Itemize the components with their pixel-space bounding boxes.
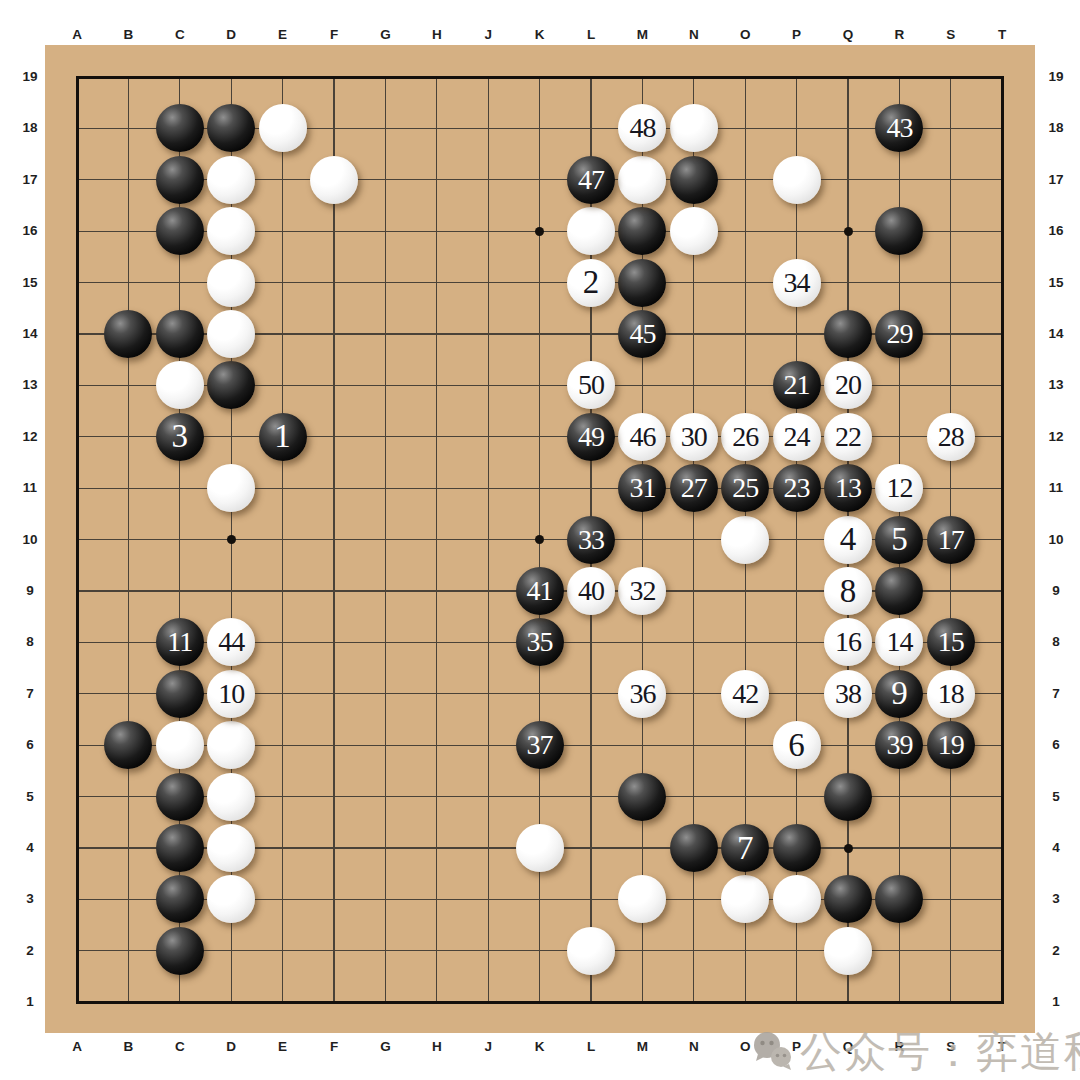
stone-p17-white: [773, 156, 821, 204]
stone-m5-black: [618, 773, 666, 821]
move-number: 21: [784, 369, 810, 401]
coord-top-c: C: [163, 27, 197, 43]
stone-c14-black: [156, 310, 204, 358]
star-point-k16: [535, 227, 544, 236]
stone-f17-white: [310, 156, 358, 204]
coord-right-15: 15: [1039, 275, 1073, 291]
stone-r7-black-move-9: 9: [875, 670, 923, 718]
coord-bottom-k: K: [523, 1039, 557, 1055]
coord-top-r: R: [882, 27, 916, 43]
coord-bottom-h: H: [420, 1039, 454, 1055]
stone-l17-black-move-47: 47: [567, 156, 615, 204]
move-number: 41: [527, 575, 553, 607]
stone-o12-white-move-26: 26: [721, 413, 769, 461]
stone-l15-white-move-2: 2: [567, 259, 615, 307]
coord-left-10: 10: [13, 532, 47, 548]
coord-left-19: 19: [13, 69, 47, 85]
coord-left-6: 6: [13, 737, 47, 753]
stone-l16-white: [567, 207, 615, 255]
stone-q12-white-move-22: 22: [824, 413, 872, 461]
move-number: 43: [886, 112, 912, 144]
stone-o10-white: [721, 516, 769, 564]
coord-left-1: 1: [13, 994, 47, 1010]
coord-right-13: 13: [1039, 377, 1073, 393]
stone-l12-black-move-49: 49: [567, 413, 615, 461]
move-number: 50: [578, 369, 604, 401]
coord-top-d: D: [214, 27, 248, 43]
coord-right-19: 19: [1039, 69, 1073, 85]
move-number: 1: [274, 418, 291, 455]
coord-left-15: 15: [13, 275, 47, 291]
coord-bottom-j: J: [471, 1039, 505, 1055]
stone-q9-white-move-8: 8: [824, 567, 872, 615]
move-number: 12: [886, 472, 912, 504]
stone-c7-black: [156, 670, 204, 718]
stone-s8-black-move-15: 15: [927, 618, 975, 666]
stone-n4-black: [670, 824, 718, 872]
coord-left-18: 18: [13, 120, 47, 136]
move-number: 10: [218, 678, 244, 710]
move-number: 34: [784, 267, 810, 299]
stone-p11-black-move-23: 23: [773, 464, 821, 512]
coord-left-7: 7: [13, 686, 47, 702]
stone-l2-white: [567, 927, 615, 975]
coord-right-14: 14: [1039, 326, 1073, 342]
stone-o4-black-move-7: 7: [721, 824, 769, 872]
stone-p13-black-move-21: 21: [773, 361, 821, 409]
coord-right-17: 17: [1039, 172, 1073, 188]
stone-o7-white-move-42: 42: [721, 670, 769, 718]
coord-right-6: 6: [1039, 737, 1073, 753]
stone-k9-black-move-41: 41: [516, 567, 564, 615]
coord-top-f: F: [317, 27, 351, 43]
move-number: 18: [938, 678, 964, 710]
stone-c13-white: [156, 361, 204, 409]
coord-top-m: M: [625, 27, 659, 43]
coord-bottom-l: L: [574, 1039, 608, 1055]
move-number: 22: [835, 421, 861, 453]
wechat-icon: [750, 1030, 794, 1074]
stone-s6-black-move-19: 19: [927, 721, 975, 769]
stone-k6-black-move-37: 37: [516, 721, 564, 769]
coord-left-2: 2: [13, 943, 47, 959]
move-number: 45: [629, 318, 655, 350]
coord-top-a: A: [60, 27, 94, 43]
stone-q7-white-move-38: 38: [824, 670, 872, 718]
move-number: 49: [578, 421, 604, 453]
coord-top-q: Q: [831, 27, 865, 43]
watermark-text: 公众号：弈道秋声: [800, 1024, 1080, 1080]
coord-left-8: 8: [13, 634, 47, 650]
coord-right-18: 18: [1039, 120, 1073, 136]
stone-c5-black: [156, 773, 204, 821]
coord-right-7: 7: [1039, 686, 1073, 702]
coord-bottom-n: N: [677, 1039, 711, 1055]
star-point-q16: [844, 227, 853, 236]
stone-s12-white-move-28: 28: [927, 413, 975, 461]
stone-d15-white: [207, 259, 255, 307]
move-number: 37: [527, 729, 553, 761]
star-point-q4: [844, 844, 853, 853]
stone-r10-black-move-5: 5: [875, 516, 923, 564]
coord-left-11: 11: [13, 480, 47, 496]
stone-q11-black-move-13: 13: [824, 464, 872, 512]
coord-bottom-g: G: [368, 1039, 402, 1055]
coord-bottom-c: C: [163, 1039, 197, 1055]
stone-q14-black: [824, 310, 872, 358]
coord-right-16: 16: [1039, 223, 1073, 239]
coord-left-3: 3: [13, 891, 47, 907]
move-number: 38: [835, 678, 861, 710]
move-number: 14: [886, 626, 912, 658]
move-number: 24: [784, 421, 810, 453]
coord-top-k: K: [523, 27, 557, 43]
stone-q5-black: [824, 773, 872, 821]
move-number: 31: [629, 472, 655, 504]
move-number: 3: [172, 418, 189, 455]
coord-right-1: 1: [1039, 994, 1073, 1010]
stone-q2-white: [824, 927, 872, 975]
coord-right-12: 12: [1039, 429, 1073, 445]
coord-right-11: 11: [1039, 480, 1073, 496]
coord-left-5: 5: [13, 789, 47, 805]
move-number: 40: [578, 575, 604, 607]
move-number: 39: [886, 729, 912, 761]
move-number: 26: [732, 421, 758, 453]
stone-e18-white: [259, 104, 307, 152]
coord-top-n: N: [677, 27, 711, 43]
coord-left-16: 16: [13, 223, 47, 239]
coord-top-b: B: [111, 27, 145, 43]
move-number: 4: [840, 521, 857, 558]
stone-s7-white-move-18: 18: [927, 670, 975, 718]
move-number: 7: [737, 830, 754, 867]
coord-top-h: H: [420, 27, 454, 43]
move-number: 29: [886, 318, 912, 350]
move-number: 44: [218, 626, 244, 658]
coord-right-5: 5: [1039, 789, 1073, 805]
move-number: 46: [629, 421, 655, 453]
coord-bottom-d: D: [214, 1039, 248, 1055]
move-number: 28: [938, 421, 964, 453]
stone-m17-white: [618, 156, 666, 204]
move-number: 30: [681, 421, 707, 453]
coord-bottom-b: B: [111, 1039, 145, 1055]
stone-c2-black: [156, 927, 204, 975]
move-number: 16: [835, 626, 861, 658]
coord-left-14: 14: [13, 326, 47, 342]
coord-right-2: 2: [1039, 943, 1073, 959]
stone-n17-black: [670, 156, 718, 204]
coord-right-4: 4: [1039, 840, 1073, 856]
coord-top-s: S: [934, 27, 968, 43]
move-number: 11: [167, 626, 192, 658]
star-point-d10: [227, 535, 236, 544]
stone-p6-white-move-6: 6: [773, 721, 821, 769]
move-number: 35: [527, 626, 553, 658]
stone-c3-black: [156, 875, 204, 923]
coord-left-13: 13: [13, 377, 47, 393]
move-number: 25: [732, 472, 758, 504]
coord-left-4: 4: [13, 840, 47, 856]
coord-left-17: 17: [13, 172, 47, 188]
stone-m15-black: [618, 259, 666, 307]
coord-left-9: 9: [13, 583, 47, 599]
stone-c4-black: [156, 824, 204, 872]
stone-n11-black-move-27: 27: [670, 464, 718, 512]
move-number: 9: [891, 675, 908, 712]
move-number: 13: [835, 472, 861, 504]
coord-top-e: E: [266, 27, 300, 43]
coord-bottom-e: E: [266, 1039, 300, 1055]
move-number: 47: [578, 164, 604, 196]
coord-top-l: L: [574, 27, 608, 43]
stone-p15-white-move-34: 34: [773, 259, 821, 307]
stone-e12-black-move-1: 1: [259, 413, 307, 461]
stone-p12-white-move-24: 24: [773, 413, 821, 461]
coord-bottom-m: M: [625, 1039, 659, 1055]
coord-top-t: T: [985, 27, 1019, 43]
stone-m12-white-move-46: 46: [618, 413, 666, 461]
stone-d5-white: [207, 773, 255, 821]
move-number: 5: [891, 521, 908, 558]
stone-n12-white-move-30: 30: [670, 413, 718, 461]
coord-right-3: 3: [1039, 891, 1073, 907]
move-number: 6: [788, 727, 805, 764]
coord-top-j: J: [471, 27, 505, 43]
coord-top-o: O: [728, 27, 762, 43]
stone-c18-black: [156, 104, 204, 152]
stone-q10-white-move-4: 4: [824, 516, 872, 564]
coord-left-12: 12: [13, 429, 47, 445]
stone-d7-white-move-10: 10: [207, 670, 255, 718]
move-number: 27: [681, 472, 707, 504]
stone-m7-white-move-36: 36: [618, 670, 666, 718]
move-number: 32: [629, 575, 655, 607]
stone-n18-white: [670, 104, 718, 152]
stone-k8-black-move-35: 35: [516, 618, 564, 666]
move-number: 17: [938, 524, 964, 556]
stone-c17-black: [156, 156, 204, 204]
stone-d14-white: [207, 310, 255, 358]
move-number: 19: [938, 729, 964, 761]
stone-n16-white: [670, 207, 718, 255]
coord-right-9: 9: [1039, 583, 1073, 599]
move-number: 20: [835, 369, 861, 401]
stone-c6-white: [156, 721, 204, 769]
move-number: 15: [938, 626, 964, 658]
coord-bottom-f: F: [317, 1039, 351, 1055]
stone-d17-white: [207, 156, 255, 204]
stone-p4-black: [773, 824, 821, 872]
go-diagram: AABBCCDDEEFFGGHHJJKKLLMMNNOOPPQQRRSSTT19…: [0, 0, 1080, 1080]
coord-right-10: 10: [1039, 532, 1073, 548]
stone-c16-black: [156, 207, 204, 255]
stone-l10-black-move-33: 33: [567, 516, 615, 564]
coord-right-8: 8: [1039, 634, 1073, 650]
stone-p3-white: [773, 875, 821, 923]
move-number: 8: [840, 573, 857, 610]
move-number: 42: [732, 678, 758, 710]
move-number: 33: [578, 524, 604, 556]
coord-top-g: G: [368, 27, 402, 43]
stone-l9-white-move-40: 40: [567, 567, 615, 615]
move-number: 48: [629, 112, 655, 144]
stone-c12-black-move-3: 3: [156, 413, 204, 461]
move-number: 23: [784, 472, 810, 504]
coord-top-p: P: [780, 27, 814, 43]
coord-bottom-a: A: [60, 1039, 94, 1055]
stone-d4-white: [207, 824, 255, 872]
move-number: 36: [629, 678, 655, 710]
move-number: 2: [583, 264, 600, 301]
stone-s10-black-move-17: 17: [927, 516, 975, 564]
stone-k4-white: [516, 824, 564, 872]
watermark: 公众号：弈道秋声: [750, 1024, 1080, 1080]
stone-c8-black-move-11: 11: [156, 618, 204, 666]
